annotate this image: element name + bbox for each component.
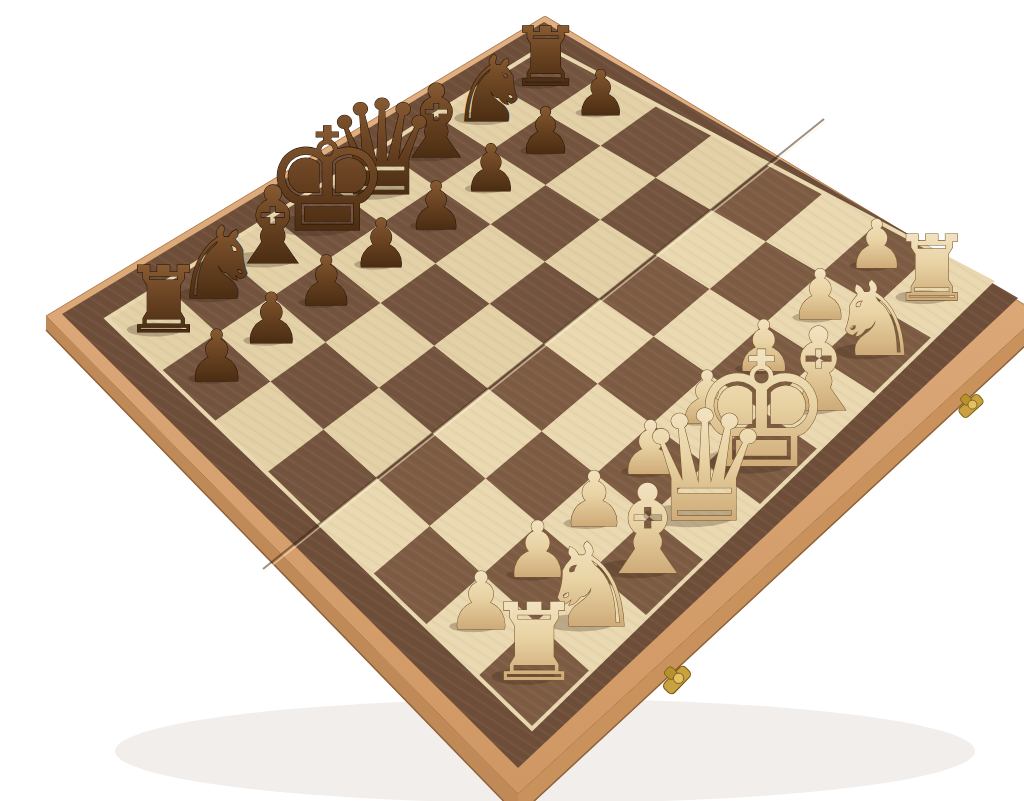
piece-black-pawn-f7[interactable]: ♟: [462, 131, 520, 206]
chess-set-photo: ♜♟♞♟♝♛♟♚♟♝♟♟♞♜♟♟♜♟♞♟♟♝♟♚♟♛♟♝♟♞♟♜: [40, 16, 1024, 801]
piece-black-pawn-g7[interactable]: ♟: [517, 94, 574, 168]
piece-black-pawn-c7[interactable]: ♟: [296, 241, 358, 321]
piece-black-pawn-a7[interactable]: ♟: [185, 315, 249, 398]
chess-board-scene: ♜♟♞♟♝♛♟♚♟♝♟♟♞♜♟♟♜♟♞♟♟♝♟♚♟♛♟♝♟♞♟♜: [40, 16, 1024, 801]
piece-black-pawn-d7[interactable]: ♟: [351, 204, 411, 283]
piece-black-pawn-h7[interactable]: ♟: [573, 57, 629, 130]
piece-black-pawn-e7[interactable]: ♟: [406, 168, 465, 245]
piece-black-pawn-b7[interactable]: ♟: [240, 278, 303, 359]
piece-white-rook-a1[interactable]: ♜: [486, 580, 582, 705]
